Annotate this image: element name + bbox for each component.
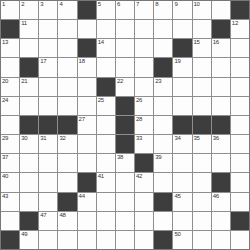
clue-number-36: 36: [213, 135, 219, 142]
black-cell-r7c10: [173, 116, 191, 134]
cell-r4c12[interactable]: [212, 58, 230, 76]
black-cell-r12c13: [231, 212, 249, 230]
cell-r11c6[interactable]: [97, 193, 115, 211]
clue-number-50: 50: [174, 231, 180, 238]
black-cell-r7c11: [193, 116, 211, 134]
black-cell-r7c12: [212, 116, 230, 134]
clue-number-42: 42: [136, 173, 142, 180]
cell-r1c3[interactable]: 3: [39, 1, 57, 19]
black-cell-r12c2: [20, 212, 38, 230]
cell-r8c13[interactable]: [231, 135, 249, 153]
cell-r4c5[interactable]: 18: [78, 58, 96, 76]
cell-r12c8[interactable]: [135, 212, 153, 230]
cell-r5c4[interactable]: [58, 78, 76, 96]
cell-r4c13[interactable]: [231, 58, 249, 76]
cell-r9c6[interactable]: [97, 154, 115, 172]
clue-number-46: 46: [213, 193, 219, 200]
cell-r9c4[interactable]: [58, 154, 76, 172]
cell-r9c5[interactable]: [78, 154, 96, 172]
cell-r1c7[interactable]: 6: [116, 1, 134, 19]
cell-r6c11[interactable]: [193, 97, 211, 115]
cell-r2c13[interactable]: 12: [231, 20, 249, 38]
cell-r6c8[interactable]: 26: [135, 97, 153, 115]
cell-r12c9[interactable]: [154, 212, 172, 230]
cell-r9c3[interactable]: [39, 154, 57, 172]
cell-r10c1[interactable]: 40: [1, 173, 19, 191]
cell-r8c8[interactable]: 33: [135, 135, 153, 153]
cell-r8c5[interactable]: [78, 135, 96, 153]
cell-r11c7[interactable]: [116, 193, 134, 211]
cell-r9c11[interactable]: [193, 154, 211, 172]
cell-r13c10[interactable]: 50: [173, 231, 191, 249]
cell-r3c13[interactable]: [231, 39, 249, 57]
cell-r10c10[interactable]: [173, 173, 191, 191]
cell-r6c9[interactable]: [154, 97, 172, 115]
clue-number-31: 31: [40, 135, 46, 142]
clue-number-43: 43: [2, 193, 8, 200]
clue-number-12: 12: [232, 20, 238, 27]
black-cell-r13c9: [154, 231, 172, 249]
cell-r10c6[interactable]: 41: [97, 173, 115, 191]
clue-number-7: 7: [136, 1, 139, 8]
clue-number-25: 25: [98, 97, 104, 104]
cell-r7c1[interactable]: [1, 116, 19, 134]
black-cell-r11c4: [58, 193, 76, 211]
cell-r10c11[interactable]: [193, 173, 211, 191]
cell-r6c5[interactable]: [78, 97, 96, 115]
clue-number-44: 44: [79, 193, 85, 200]
cell-r2c9[interactable]: [154, 20, 172, 38]
cell-r11c11[interactable]: [193, 193, 211, 211]
cell-r10c7[interactable]: [116, 173, 134, 191]
cell-r6c6[interactable]: 25: [97, 97, 115, 115]
clue-number-18: 18: [79, 58, 85, 65]
clue-number-27: 27: [79, 116, 85, 123]
clue-number-39: 39: [155, 154, 161, 161]
clue-number-21: 21: [21, 78, 27, 85]
cell-r1c12[interactable]: [212, 1, 230, 19]
cell-r3c7[interactable]: [116, 39, 134, 57]
cell-r3c1[interactable]: 13: [1, 39, 19, 57]
cell-r11c3[interactable]: [39, 193, 57, 211]
black-cell-r7c3: [39, 116, 57, 134]
cell-r5c8[interactable]: [135, 78, 153, 96]
cell-r6c12[interactable]: [212, 97, 230, 115]
cell-r13c13[interactable]: [231, 231, 249, 249]
clue-number-23: 23: [155, 78, 161, 85]
cell-r2c6[interactable]: [97, 20, 115, 38]
cell-r12c1[interactable]: [1, 212, 19, 230]
cell-r6c4[interactable]: [58, 97, 76, 115]
black-cell-r7c2: [20, 116, 38, 134]
cell-r8c9[interactable]: [154, 135, 172, 153]
cell-r3c8[interactable]: [135, 39, 153, 57]
clue-number-48: 48: [59, 212, 65, 219]
cell-r7c9[interactable]: [154, 116, 172, 134]
cell-r13c2[interactable]: 49: [20, 231, 38, 249]
cell-r9c9[interactable]: 39: [154, 154, 172, 172]
cell-r2c10[interactable]: [173, 20, 191, 38]
cell-r11c1[interactable]: 43: [1, 193, 19, 211]
clue-number-15: 15: [194, 39, 200, 46]
cell-r6c13[interactable]: [231, 97, 249, 115]
cell-r8c4[interactable]: 32: [58, 135, 76, 153]
clue-number-16: 16: [213, 39, 219, 46]
cell-r1c9[interactable]: 8: [154, 1, 172, 19]
clue-number-29: 29: [2, 135, 8, 142]
clue-number-9: 9: [174, 1, 177, 8]
cell-r5c9[interactable]: 23: [154, 78, 172, 96]
clue-number-37: 37: [2, 154, 8, 161]
cell-r10c8[interactable]: 42: [135, 173, 153, 191]
cell-r13c7[interactable]: [116, 231, 134, 249]
clue-number-32: 32: [59, 135, 65, 142]
cell-r5c2[interactable]: 21: [20, 78, 38, 96]
cell-r2c7[interactable]: [116, 20, 134, 38]
cell-r12c12[interactable]: [212, 212, 230, 230]
clue-number-35: 35: [194, 135, 200, 142]
cell-r5c11[interactable]: [193, 78, 211, 96]
cell-r1c1[interactable]: 1: [1, 1, 19, 19]
cell-r1c6[interactable]: 5: [97, 1, 115, 19]
black-cell-r5c6: [97, 78, 115, 96]
clue-number-34: 34: [174, 135, 180, 142]
cell-r6c1[interactable]: 24: [1, 97, 19, 115]
cell-r2c4[interactable]: [58, 20, 76, 38]
cell-r11c2[interactable]: [20, 193, 38, 211]
cell-r12c4[interactable]: 48: [58, 212, 76, 230]
cell-r8c12[interactable]: 36: [212, 135, 230, 153]
crossword-board: 1234567891011121314151617181920212223242…: [0, 0, 250, 250]
cell-r4c1[interactable]: [1, 58, 19, 76]
cell-r9c13[interactable]: [231, 154, 249, 172]
cell-r12c3[interactable]: 47: [39, 212, 57, 230]
clue-number-41: 41: [98, 173, 104, 180]
cell-r5c12[interactable]: [212, 78, 230, 96]
clue-number-10: 10: [194, 1, 200, 8]
clue-number-3: 3: [40, 1, 43, 8]
cell-r2c8[interactable]: [135, 20, 153, 38]
cell-r2c11[interactable]: [193, 20, 211, 38]
cell-r13c11[interactable]: [193, 231, 211, 249]
cell-r6c3[interactable]: [39, 97, 57, 115]
black-cell-r1c13: [231, 1, 249, 19]
cell-r11c13[interactable]: [231, 193, 249, 211]
cell-r7c6[interactable]: [97, 116, 115, 134]
clue-number-28: 28: [136, 116, 142, 123]
clue-number-13: 13: [2, 39, 8, 46]
black-cell-r4c2: [20, 58, 38, 76]
cell-r13c4[interactable]: [58, 231, 76, 249]
cell-r10c9[interactable]: [154, 173, 172, 191]
black-cell-r2c12: [212, 20, 230, 38]
cell-r9c12[interactable]: [212, 154, 230, 172]
cell-r13c8[interactable]: [135, 231, 153, 249]
cell-r1c10[interactable]: 9: [173, 1, 191, 19]
cell-r3c4[interactable]: [58, 39, 76, 57]
cell-r10c13[interactable]: [231, 173, 249, 191]
clue-number-22: 22: [117, 78, 123, 85]
clue-number-8: 8: [155, 1, 158, 8]
cell-r10c4[interactable]: [58, 173, 76, 191]
black-cell-r9c8: [135, 154, 153, 172]
cell-r1c4[interactable]: 4: [58, 1, 76, 19]
cell-r8c3[interactable]: 31: [39, 135, 57, 153]
cell-r3c6[interactable]: 14: [97, 39, 115, 57]
clue-number-5: 5: [98, 1, 101, 8]
cell-r9c2[interactable]: [20, 154, 38, 172]
cell-r13c6[interactable]: [97, 231, 115, 249]
cell-r5c7[interactable]: 22: [116, 78, 134, 96]
cell-r8c10[interactable]: 34: [173, 135, 191, 153]
cell-r4c10[interactable]: 19: [173, 58, 191, 76]
clue-number-47: 47: [40, 212, 46, 219]
clue-number-33: 33: [136, 135, 142, 142]
black-cell-r10c12: [212, 173, 230, 191]
cell-r4c4[interactable]: [58, 58, 76, 76]
black-cell-r11c9: [154, 193, 172, 211]
cell-r6c2[interactable]: [20, 97, 38, 115]
clue-number-45: 45: [174, 193, 180, 200]
clue-number-11: 11: [21, 20, 27, 27]
cell-r12c7[interactable]: [116, 212, 134, 230]
clue-number-2: 2: [21, 1, 24, 8]
clue-number-26: 26: [136, 97, 142, 104]
cell-r12c6[interactable]: [97, 212, 115, 230]
black-cell-r3c5: [78, 39, 96, 57]
cell-r7c5[interactable]: 27: [78, 116, 96, 134]
cell-r5c3[interactable]: [39, 78, 57, 96]
cell-r5c1[interactable]: 20: [1, 78, 19, 96]
black-cell-r6c7: [116, 97, 134, 115]
cell-r4c6[interactable]: [97, 58, 115, 76]
black-cell-r1c5: [78, 1, 96, 19]
cell-r2c2[interactable]: 11: [20, 20, 38, 38]
cell-r11c8[interactable]: [135, 193, 153, 211]
cell-r10c3[interactable]: [39, 173, 57, 191]
cell-r4c11[interactable]: [193, 58, 211, 76]
cell-r9c1[interactable]: 37: [1, 154, 19, 172]
cell-r7c13[interactable]: [231, 116, 249, 134]
cell-r8c6[interactable]: [97, 135, 115, 153]
cell-r3c12[interactable]: 16: [212, 39, 230, 57]
clue-number-38: 38: [117, 154, 123, 161]
black-cell-r8c7: [116, 135, 134, 153]
black-cell-r13c1: [1, 231, 19, 249]
cell-r3c11[interactable]: 15: [193, 39, 211, 57]
cell-r1c11[interactable]: 10: [193, 1, 211, 19]
clue-number-1: 1: [2, 1, 5, 8]
cell-r6c10[interactable]: [173, 97, 191, 115]
cell-r5c13[interactable]: [231, 78, 249, 96]
cell-r3c9[interactable]: [154, 39, 172, 57]
cell-r9c10[interactable]: [173, 154, 191, 172]
cell-r1c8[interactable]: 7: [135, 1, 153, 19]
black-cell-r7c7: [116, 116, 134, 134]
cell-r2c3[interactable]: [39, 20, 57, 38]
cell-r8c11[interactable]: 35: [193, 135, 211, 153]
cell-r11c5[interactable]: 44: [78, 193, 96, 211]
cell-r11c12[interactable]: 46: [212, 193, 230, 211]
cell-r10c2[interactable]: [20, 173, 38, 191]
black-cell-r2c1: [1, 20, 19, 38]
clue-number-19: 19: [174, 58, 180, 65]
black-cell-r10c5: [78, 173, 96, 191]
clue-number-4: 4: [59, 1, 62, 8]
cell-r3c2[interactable]: [20, 39, 38, 57]
clue-number-6: 6: [117, 1, 120, 8]
cell-r4c3[interactable]: 17: [39, 58, 57, 76]
cell-r4c7[interactable]: [116, 58, 134, 76]
cell-r3c3[interactable]: [39, 39, 57, 57]
cell-r11c10[interactable]: 45: [173, 193, 191, 211]
cell-r13c12[interactable]: [212, 231, 230, 249]
cell-r4c8[interactable]: [135, 58, 153, 76]
black-cell-r3c10: [173, 39, 191, 57]
cell-r5c10[interactable]: [173, 78, 191, 96]
cell-r9c7[interactable]: 38: [116, 154, 134, 172]
clue-number-24: 24: [2, 97, 8, 104]
cell-r12c10[interactable]: [173, 212, 191, 230]
clue-number-40: 40: [2, 173, 8, 180]
cell-r8c2[interactable]: 30: [20, 135, 38, 153]
black-cell-r7c4: [58, 116, 76, 134]
clue-number-49: 49: [21, 231, 27, 238]
clue-number-14: 14: [98, 39, 104, 46]
cell-r2c5[interactable]: [78, 20, 96, 38]
clue-number-20: 20: [2, 78, 8, 85]
cell-r13c3[interactable]: [39, 231, 57, 249]
black-cell-r4c9: [154, 58, 172, 76]
cell-r12c5[interactable]: [78, 212, 96, 230]
clue-number-17: 17: [40, 58, 46, 65]
cell-r5c5[interactable]: [78, 78, 96, 96]
cell-r1c2[interactable]: 2: [20, 1, 38, 19]
cell-r8c1[interactable]: 29: [1, 135, 19, 153]
clue-number-30: 30: [21, 135, 27, 142]
cell-r13c5[interactable]: [78, 231, 96, 249]
cell-r12c11[interactable]: [193, 212, 211, 230]
cell-r7c8[interactable]: 28: [135, 116, 153, 134]
